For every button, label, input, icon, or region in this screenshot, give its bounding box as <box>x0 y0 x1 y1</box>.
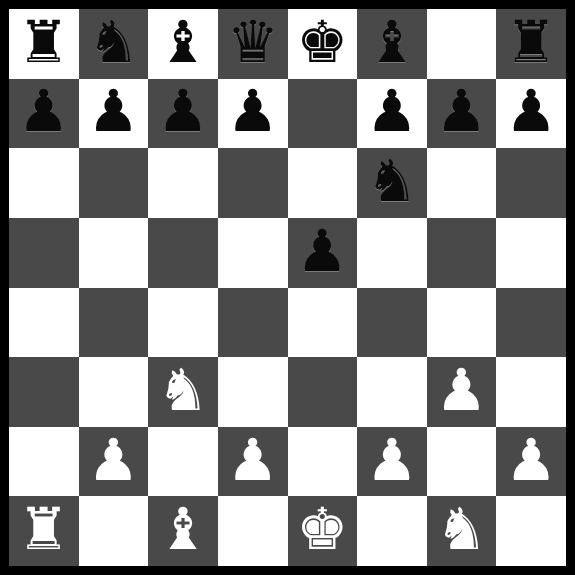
square-b2[interactable]: ♟ <box>79 427 149 497</box>
white-rook-piece: ♜ <box>18 500 70 558</box>
white-knight-piece: ♞ <box>157 361 209 419</box>
square-g2[interactable] <box>427 427 497 497</box>
square-f1[interactable] <box>357 496 427 566</box>
white-pawn-piece: ♟ <box>436 361 488 419</box>
black-knight-piece: ♞ <box>366 152 418 210</box>
square-h3[interactable] <box>496 357 566 427</box>
square-a6[interactable] <box>9 148 79 218</box>
square-g7[interactable]: ♟ <box>427 79 497 149</box>
chess-board: ♜♞♝♛♚♝♜♟♟♟♟♟♟♟♞♟♞♟♟♟♟♟♜♝♚♞ <box>9 9 566 566</box>
square-d2[interactable]: ♟ <box>218 427 288 497</box>
black-pawn-piece: ♟ <box>87 82 139 140</box>
square-b8[interactable]: ♞ <box>79 9 149 79</box>
square-b7[interactable]: ♟ <box>79 79 149 149</box>
square-g4[interactable] <box>427 288 497 358</box>
square-c5[interactable] <box>148 218 218 288</box>
black-rook-piece: ♜ <box>18 13 70 71</box>
square-c4[interactable] <box>148 288 218 358</box>
square-h4[interactable] <box>496 288 566 358</box>
black-bishop-piece: ♝ <box>366 13 418 71</box>
square-g1[interactable]: ♞ <box>427 496 497 566</box>
square-g8[interactable] <box>427 9 497 79</box>
square-a2[interactable] <box>9 427 79 497</box>
square-b3[interactable] <box>79 357 149 427</box>
black-pawn-piece: ♟ <box>227 82 279 140</box>
black-pawn-piece: ♟ <box>505 82 557 140</box>
square-g3[interactable]: ♟ <box>427 357 497 427</box>
square-e6[interactable] <box>288 148 358 218</box>
white-king-piece: ♚ <box>296 500 348 558</box>
square-g5[interactable] <box>427 218 497 288</box>
white-pawn-piece: ♟ <box>227 431 279 489</box>
square-a7[interactable]: ♟ <box>9 79 79 149</box>
square-d3[interactable] <box>218 357 288 427</box>
square-c1[interactable]: ♝ <box>148 496 218 566</box>
black-pawn-piece: ♟ <box>366 82 418 140</box>
square-d7[interactable]: ♟ <box>218 79 288 149</box>
black-pawn-piece: ♟ <box>18 82 70 140</box>
black-king-piece: ♚ <box>296 13 348 71</box>
square-f7[interactable]: ♟ <box>357 79 427 149</box>
square-e1[interactable]: ♚ <box>288 496 358 566</box>
black-pawn-piece: ♟ <box>296 222 348 280</box>
square-f4[interactable] <box>357 288 427 358</box>
square-b5[interactable] <box>79 218 149 288</box>
square-c8[interactable]: ♝ <box>148 9 218 79</box>
white-pawn-piece: ♟ <box>505 431 557 489</box>
square-b1[interactable] <box>79 496 149 566</box>
square-f6[interactable]: ♞ <box>357 148 427 218</box>
square-e5[interactable]: ♟ <box>288 218 358 288</box>
white-knight-piece: ♞ <box>436 500 488 558</box>
square-b6[interactable] <box>79 148 149 218</box>
square-c7[interactable]: ♟ <box>148 79 218 149</box>
square-h2[interactable]: ♟ <box>496 427 566 497</box>
square-d5[interactable] <box>218 218 288 288</box>
square-f2[interactable]: ♟ <box>357 427 427 497</box>
black-knight-piece: ♞ <box>87 13 139 71</box>
square-h7[interactable]: ♟ <box>496 79 566 149</box>
chess-board-frame: ♜♞♝♛♚♝♜♟♟♟♟♟♟♟♞♟♞♟♟♟♟♟♜♝♚♞ <box>0 0 575 575</box>
square-h6[interactable] <box>496 148 566 218</box>
white-pawn-piece: ♟ <box>87 431 139 489</box>
square-f8[interactable]: ♝ <box>357 9 427 79</box>
square-c3[interactable]: ♞ <box>148 357 218 427</box>
square-g6[interactable] <box>427 148 497 218</box>
black-rook-piece: ♜ <box>505 13 557 71</box>
square-d6[interactable] <box>218 148 288 218</box>
square-h5[interactable] <box>496 218 566 288</box>
white-pawn-piece: ♟ <box>366 431 418 489</box>
square-a4[interactable] <box>9 288 79 358</box>
square-h8[interactable]: ♜ <box>496 9 566 79</box>
square-e7[interactable] <box>288 79 358 149</box>
square-e2[interactable] <box>288 427 358 497</box>
square-d8[interactable]: ♛ <box>218 9 288 79</box>
square-a8[interactable]: ♜ <box>9 9 79 79</box>
square-b4[interactable] <box>79 288 149 358</box>
square-e8[interactable]: ♚ <box>288 9 358 79</box>
white-bishop-piece: ♝ <box>157 500 209 558</box>
square-a5[interactable] <box>9 218 79 288</box>
square-a3[interactable] <box>9 357 79 427</box>
square-f5[interactable] <box>357 218 427 288</box>
square-c6[interactable] <box>148 148 218 218</box>
black-pawn-piece: ♟ <box>157 82 209 140</box>
square-d4[interactable] <box>218 288 288 358</box>
square-e4[interactable] <box>288 288 358 358</box>
black-queen-piece: ♛ <box>227 13 279 71</box>
square-e3[interactable] <box>288 357 358 427</box>
square-f3[interactable] <box>357 357 427 427</box>
black-bishop-piece: ♝ <box>157 13 209 71</box>
square-a1[interactable]: ♜ <box>9 496 79 566</box>
square-c2[interactable] <box>148 427 218 497</box>
square-d1[interactable] <box>218 496 288 566</box>
black-pawn-piece: ♟ <box>436 82 488 140</box>
square-h1[interactable] <box>496 496 566 566</box>
